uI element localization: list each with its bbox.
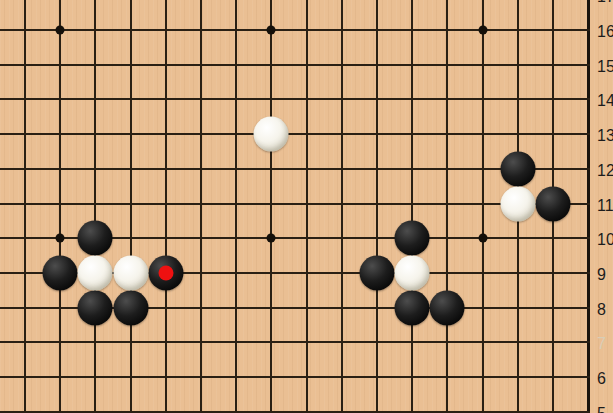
grid-line-vertical	[482, 0, 484, 413]
row-label: 15	[597, 59, 613, 75]
black-stone	[43, 255, 78, 290]
row-label: 6	[597, 371, 606, 387]
black-stone	[78, 290, 113, 325]
white-stone	[113, 255, 148, 290]
grid-line-vertical	[341, 0, 343, 413]
black-stone	[500, 151, 535, 186]
grid-line-vertical	[235, 0, 237, 413]
row-label: 12	[597, 163, 613, 179]
grid-line-vertical	[94, 0, 96, 413]
row-label: 8	[597, 302, 606, 318]
grid-line-vertical	[200, 0, 202, 413]
grid-line-horizontal	[0, 341, 590, 343]
star-point	[267, 234, 276, 243]
grid-line-horizontal	[0, 133, 590, 135]
black-stone	[360, 255, 395, 290]
row-label: 5	[597, 406, 606, 413]
grid-line-vertical	[59, 0, 61, 413]
black-stone	[430, 290, 465, 325]
row-label: 9	[597, 267, 606, 283]
grid-line-horizontal	[0, 376, 590, 378]
grid-line-vertical	[24, 0, 26, 413]
grid-line-horizontal	[0, 29, 590, 31]
grid-line-vertical	[306, 0, 308, 413]
grid-line-horizontal	[0, 411, 590, 413]
grid-line-vertical	[446, 0, 448, 413]
go-board[interactable]: 171615141312111098765	[0, 0, 613, 413]
row-label: 17	[597, 0, 613, 5]
row-label: 7	[597, 336, 606, 352]
star-point	[267, 26, 276, 35]
grid-line-vertical	[376, 0, 378, 413]
white-stone	[500, 186, 535, 221]
grid-line-vertical	[270, 0, 272, 413]
white-stone	[254, 117, 289, 152]
last-move-marker	[158, 265, 173, 280]
row-label: 10	[597, 232, 613, 248]
grid-line-vertical	[130, 0, 132, 413]
black-stone	[395, 290, 430, 325]
white-stone	[78, 255, 113, 290]
board-edge-line	[587, 0, 590, 413]
row-label: 13	[597, 128, 613, 144]
black-stone	[395, 221, 430, 256]
black-stone	[536, 186, 571, 221]
grid-line-vertical	[165, 0, 167, 413]
star-point	[478, 26, 487, 35]
star-point	[478, 234, 487, 243]
black-stone	[78, 221, 113, 256]
grid-line-horizontal	[0, 98, 590, 100]
grid-line-vertical	[411, 0, 413, 413]
star-point	[56, 26, 65, 35]
star-point	[56, 234, 65, 243]
row-label: 11	[597, 198, 613, 214]
row-label: 14	[597, 93, 613, 109]
white-stone	[395, 255, 430, 290]
black-stone	[113, 290, 148, 325]
row-label: 16	[597, 24, 613, 40]
grid-line-horizontal	[0, 64, 590, 66]
